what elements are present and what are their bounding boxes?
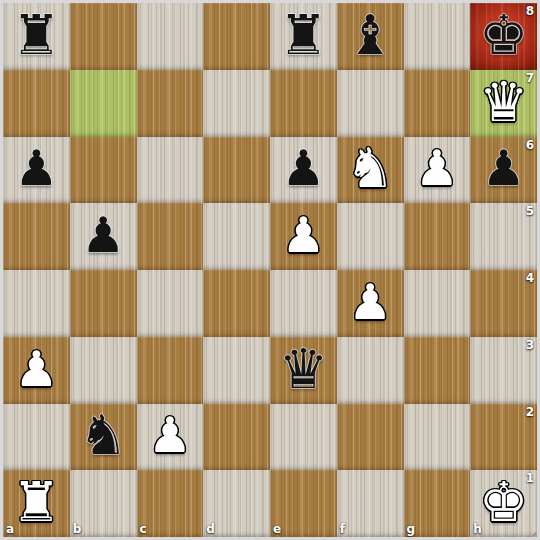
rank-label-6: 6 bbox=[526, 138, 534, 152]
square-e3[interactable]: ♛ bbox=[270, 337, 337, 404]
square-h5[interactable]: 5 bbox=[470, 203, 537, 270]
file-label-f: f bbox=[340, 522, 345, 536]
square-c6[interactable] bbox=[137, 137, 204, 204]
square-h7[interactable]: ♛7 bbox=[470, 70, 537, 137]
square-e8[interactable]: ♜ bbox=[270, 3, 337, 70]
square-c4[interactable] bbox=[137, 270, 204, 337]
square-a1[interactable]: ♜a bbox=[3, 470, 70, 537]
piece-black-bishop[interactable]: ♝ bbox=[345, 8, 394, 63]
piece-black-king[interactable]: ♚ bbox=[479, 8, 528, 63]
piece-black-pawn[interactable]: ♟ bbox=[81, 211, 125, 260]
piece-white-pawn[interactable]: ♟ bbox=[148, 411, 192, 460]
square-e2[interactable] bbox=[270, 404, 337, 471]
square-f2[interactable] bbox=[337, 404, 404, 471]
square-c7[interactable] bbox=[137, 70, 204, 137]
square-a5[interactable] bbox=[3, 203, 70, 270]
square-b4[interactable] bbox=[70, 270, 137, 337]
rank-label-4: 4 bbox=[526, 271, 534, 285]
square-h8[interactable]: ♚8 bbox=[470, 3, 537, 70]
square-d7[interactable] bbox=[203, 70, 270, 137]
file-label-g: g bbox=[407, 522, 416, 536]
square-e5[interactable]: ♟ bbox=[270, 203, 337, 270]
square-h2[interactable]: 2 bbox=[470, 404, 537, 471]
file-label-e: e bbox=[273, 522, 281, 536]
rank-label-5: 5 bbox=[526, 204, 534, 218]
square-g1[interactable]: g bbox=[404, 470, 471, 537]
piece-white-queen[interactable]: ♛ bbox=[479, 75, 528, 130]
square-a4[interactable] bbox=[3, 270, 70, 337]
file-label-d: d bbox=[206, 522, 215, 536]
piece-black-pawn[interactable]: ♟ bbox=[14, 144, 58, 193]
square-b8[interactable] bbox=[70, 3, 137, 70]
rank-label-3: 3 bbox=[526, 338, 534, 352]
square-e4[interactable] bbox=[270, 270, 337, 337]
square-c3[interactable] bbox=[137, 337, 204, 404]
piece-white-pawn[interactable]: ♟ bbox=[281, 211, 325, 260]
piece-black-pawn[interactable]: ♟ bbox=[482, 144, 526, 193]
square-a3[interactable]: ♟ bbox=[3, 337, 70, 404]
piece-white-pawn[interactable]: ♟ bbox=[14, 345, 58, 394]
square-e1[interactable]: e bbox=[270, 470, 337, 537]
square-b7[interactable] bbox=[70, 70, 137, 137]
piece-white-knight[interactable]: ♞ bbox=[345, 141, 394, 196]
square-f7[interactable] bbox=[337, 70, 404, 137]
square-f8[interactable]: ♝ bbox=[337, 3, 404, 70]
square-f5[interactable] bbox=[337, 203, 404, 270]
square-g4[interactable] bbox=[404, 270, 471, 337]
square-d5[interactable] bbox=[203, 203, 270, 270]
square-c1[interactable]: c bbox=[137, 470, 204, 537]
piece-white-rook[interactable]: ♜ bbox=[12, 475, 61, 530]
file-label-c: c bbox=[140, 522, 147, 536]
square-d4[interactable] bbox=[203, 270, 270, 337]
square-a8[interactable]: ♜ bbox=[3, 3, 70, 70]
square-d2[interactable] bbox=[203, 404, 270, 471]
square-h6[interactable]: ♟6 bbox=[470, 137, 537, 204]
square-b6[interactable] bbox=[70, 137, 137, 204]
piece-black-pawn[interactable]: ♟ bbox=[281, 144, 325, 193]
piece-white-pawn[interactable]: ♟ bbox=[415, 144, 459, 193]
piece-black-queen[interactable]: ♛ bbox=[279, 342, 328, 397]
square-h4[interactable]: 4 bbox=[470, 270, 537, 337]
square-c5[interactable] bbox=[137, 203, 204, 270]
square-d1[interactable]: d bbox=[203, 470, 270, 537]
square-a7[interactable] bbox=[3, 70, 70, 137]
square-g5[interactable] bbox=[404, 203, 471, 270]
square-b1[interactable]: b bbox=[70, 470, 137, 537]
square-f6[interactable]: ♞ bbox=[337, 137, 404, 204]
square-c2[interactable]: ♟ bbox=[137, 404, 204, 471]
square-e6[interactable]: ♟ bbox=[270, 137, 337, 204]
piece-black-rook[interactable]: ♜ bbox=[279, 8, 328, 63]
square-g2[interactable] bbox=[404, 404, 471, 471]
rank-label-2: 2 bbox=[526, 405, 534, 419]
piece-white-king[interactable]: ♚ bbox=[479, 475, 528, 530]
square-b3[interactable] bbox=[70, 337, 137, 404]
board-frame: ♜♜♝♚8♛7♟♟♞♟♟6♟♟5♟4♟♛3♞♟2♜abcdefg♚h1 bbox=[0, 0, 540, 540]
square-a6[interactable]: ♟ bbox=[3, 137, 70, 204]
square-d6[interactable] bbox=[203, 137, 270, 204]
piece-black-rook[interactable]: ♜ bbox=[12, 8, 61, 63]
square-g6[interactable]: ♟ bbox=[404, 137, 471, 204]
square-d8[interactable] bbox=[203, 3, 270, 70]
square-f3[interactable] bbox=[337, 337, 404, 404]
square-g7[interactable] bbox=[404, 70, 471, 137]
square-f1[interactable]: f bbox=[337, 470, 404, 537]
square-b5[interactable]: ♟ bbox=[70, 203, 137, 270]
square-e7[interactable] bbox=[270, 70, 337, 137]
piece-black-knight[interactable]: ♞ bbox=[78, 408, 127, 463]
piece-white-pawn[interactable]: ♟ bbox=[348, 278, 392, 327]
square-b2[interactable]: ♞ bbox=[70, 404, 137, 471]
square-g3[interactable] bbox=[404, 337, 471, 404]
square-f4[interactable]: ♟ bbox=[337, 270, 404, 337]
square-c8[interactable] bbox=[137, 3, 204, 70]
file-label-b: b bbox=[73, 522, 82, 536]
square-d3[interactable] bbox=[203, 337, 270, 404]
square-a2[interactable] bbox=[3, 404, 70, 471]
square-h1[interactable]: ♚h1 bbox=[470, 470, 537, 537]
square-h3[interactable]: 3 bbox=[470, 337, 537, 404]
chess-board[interactable]: ♜♜♝♚8♛7♟♟♞♟♟6♟♟5♟4♟♛3♞♟2♜abcdefg♚h1 bbox=[3, 3, 537, 537]
square-g8[interactable] bbox=[404, 3, 471, 70]
